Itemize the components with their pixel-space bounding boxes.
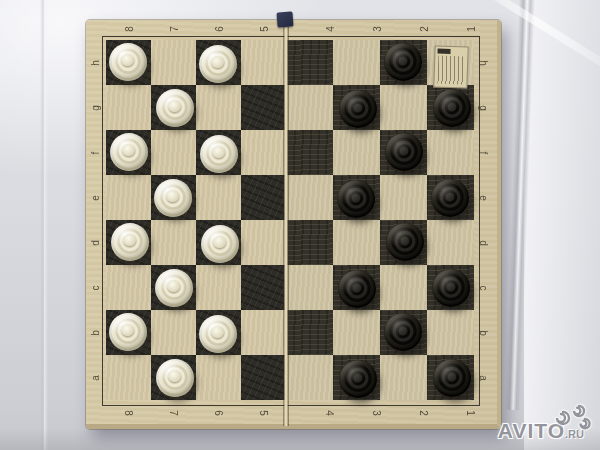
square-d5 bbox=[241, 220, 286, 265]
square-h5 bbox=[241, 40, 286, 85]
square-g6 bbox=[196, 85, 241, 130]
square-h7 bbox=[151, 40, 196, 85]
checkers-board: 8765432187654321hgfedcbahgfedcba bbox=[86, 20, 501, 429]
piece-black-c3[interactable] bbox=[338, 270, 376, 308]
square-h2[interactable] bbox=[380, 40, 427, 85]
rank-label-top-8: 8 bbox=[122, 22, 136, 36]
square-g1[interactable] bbox=[427, 85, 474, 130]
square-e7[interactable] bbox=[151, 175, 196, 220]
rank-label-bottom-2: 2 bbox=[417, 406, 431, 420]
square-b1 bbox=[427, 310, 474, 355]
square-e5[interactable] bbox=[241, 175, 286, 220]
file-label-left-h: h bbox=[88, 56, 102, 70]
square-c1[interactable] bbox=[427, 265, 474, 310]
square-d2[interactable] bbox=[380, 220, 427, 265]
square-b4[interactable] bbox=[286, 310, 333, 355]
square-h6[interactable] bbox=[196, 40, 241, 85]
square-c6 bbox=[196, 265, 241, 310]
piece-black-a1[interactable] bbox=[433, 359, 471, 397]
hinge-tape bbox=[276, 11, 293, 27]
square-c5[interactable] bbox=[241, 265, 286, 310]
file-label-left-b: b bbox=[88, 326, 102, 340]
square-d8[interactable] bbox=[106, 220, 151, 265]
rank-label-top-6: 6 bbox=[212, 22, 226, 36]
square-a7[interactable] bbox=[151, 355, 196, 400]
square-c7[interactable] bbox=[151, 265, 196, 310]
square-a5[interactable] bbox=[241, 355, 286, 400]
square-f1 bbox=[427, 130, 474, 175]
file-label-right-b: b bbox=[477, 326, 491, 340]
file-label-left-a: a bbox=[88, 371, 102, 385]
piece-black-a3[interactable] bbox=[339, 360, 377, 398]
square-f4[interactable] bbox=[286, 130, 333, 175]
square-a1[interactable] bbox=[427, 355, 474, 400]
cloth-bright-right bbox=[524, 0, 600, 450]
piece-black-g1[interactable] bbox=[433, 89, 471, 127]
square-f3 bbox=[333, 130, 380, 175]
square-d1 bbox=[427, 220, 474, 265]
rank-label-bottom-6: 6 bbox=[212, 406, 226, 420]
file-label-right-f: f bbox=[477, 146, 491, 160]
file-label-right-e: e bbox=[477, 191, 491, 205]
piece-black-e3[interactable] bbox=[337, 180, 375, 218]
rank-label-top-5: 5 bbox=[257, 22, 271, 36]
square-d7 bbox=[151, 220, 196, 265]
square-h8[interactable] bbox=[106, 40, 151, 85]
square-h3 bbox=[333, 40, 380, 85]
square-g4 bbox=[286, 85, 333, 130]
file-label-left-f: f bbox=[88, 146, 102, 160]
file-label-left-e: e bbox=[88, 191, 102, 205]
square-b5 bbox=[241, 310, 286, 355]
square-g3[interactable] bbox=[333, 85, 380, 130]
square-a4 bbox=[286, 355, 333, 400]
piece-black-c1[interactable] bbox=[432, 269, 470, 307]
file-label-left-d: d bbox=[88, 236, 102, 250]
piece-white-g7[interactable] bbox=[156, 89, 194, 127]
file-label-right-a: a bbox=[477, 371, 491, 385]
square-c4 bbox=[286, 265, 333, 310]
piece-black-b2[interactable] bbox=[384, 313, 422, 351]
square-h4[interactable] bbox=[286, 40, 333, 85]
file-label-right-c: c bbox=[477, 281, 491, 295]
square-d6[interactable] bbox=[196, 220, 241, 265]
rank-label-top-7: 7 bbox=[167, 22, 181, 36]
file-label-left-c: c bbox=[88, 281, 102, 295]
square-b7 bbox=[151, 310, 196, 355]
piece-white-b8[interactable] bbox=[109, 313, 147, 351]
square-e1[interactable] bbox=[427, 175, 474, 220]
piece-black-d2[interactable] bbox=[386, 223, 424, 261]
piece-white-d8[interactable] bbox=[111, 223, 149, 261]
square-a3[interactable] bbox=[333, 355, 380, 400]
square-d4[interactable] bbox=[286, 220, 333, 265]
piece-white-f8[interactable] bbox=[110, 133, 148, 171]
stamp-bar bbox=[437, 49, 450, 54]
piece-white-f6[interactable] bbox=[200, 135, 238, 173]
square-g2 bbox=[380, 85, 427, 130]
cloth-crease-left bbox=[40, 0, 48, 450]
avito-swirls-icon bbox=[550, 402, 592, 432]
square-f2[interactable] bbox=[380, 130, 427, 175]
file-label-right-h: h bbox=[477, 56, 491, 70]
rank-label-bottom-8: 8 bbox=[122, 406, 136, 420]
square-b2[interactable] bbox=[380, 310, 427, 355]
rank-label-top-4: 4 bbox=[323, 22, 337, 36]
piece-white-b6[interactable] bbox=[199, 315, 237, 353]
square-e4 bbox=[286, 175, 333, 220]
piece-black-h2[interactable] bbox=[384, 43, 422, 81]
playing-area bbox=[106, 40, 474, 400]
piece-white-h6[interactable] bbox=[199, 45, 237, 83]
square-a6 bbox=[196, 355, 241, 400]
square-a8 bbox=[106, 355, 151, 400]
watermark: AVITO.RU bbox=[498, 419, 584, 443]
square-b8[interactable] bbox=[106, 310, 151, 355]
piece-white-a7[interactable] bbox=[156, 359, 194, 397]
rank-label-bottom-7: 7 bbox=[167, 406, 181, 420]
piece-black-e1[interactable] bbox=[431, 179, 469, 217]
square-b3 bbox=[333, 310, 380, 355]
rank-label-bottom-1: 1 bbox=[464, 406, 478, 420]
square-e8 bbox=[106, 175, 151, 220]
square-e2 bbox=[380, 175, 427, 220]
square-g8 bbox=[106, 85, 151, 130]
square-f8[interactable] bbox=[106, 130, 151, 175]
stamp-text-lines bbox=[437, 56, 464, 85]
rank-label-top-3: 3 bbox=[370, 22, 384, 36]
piece-black-g3[interactable] bbox=[339, 90, 377, 128]
square-e3[interactable] bbox=[333, 175, 380, 220]
square-g5[interactable] bbox=[241, 85, 286, 130]
piece-black-f2[interactable] bbox=[385, 133, 423, 171]
file-label-left-g: g bbox=[88, 101, 102, 115]
rank-label-bottom-4: 4 bbox=[323, 406, 337, 420]
square-a2 bbox=[380, 355, 427, 400]
rank-label-top-1: 1 bbox=[464, 22, 478, 36]
photo: 8765432187654321hgfedcbahgfedcba AVITO.R… bbox=[0, 0, 600, 450]
piece-white-e7[interactable] bbox=[154, 179, 192, 217]
rank-label-top-2: 2 bbox=[417, 22, 431, 36]
square-g7[interactable] bbox=[151, 85, 196, 130]
square-f6[interactable] bbox=[196, 130, 241, 175]
square-f5 bbox=[241, 130, 286, 175]
manufacturer-stamp bbox=[433, 45, 468, 88]
piece-white-c7[interactable] bbox=[155, 269, 193, 307]
square-c8 bbox=[106, 265, 151, 310]
square-f7 bbox=[151, 130, 196, 175]
rank-label-bottom-3: 3 bbox=[370, 406, 384, 420]
square-e6 bbox=[196, 175, 241, 220]
square-b6[interactable] bbox=[196, 310, 241, 355]
piece-white-h8[interactable] bbox=[109, 43, 147, 81]
square-d3 bbox=[333, 220, 380, 265]
file-label-right-g: g bbox=[477, 101, 491, 115]
square-c2 bbox=[380, 265, 427, 310]
file-label-right-d: d bbox=[477, 236, 491, 250]
piece-white-d6[interactable] bbox=[201, 225, 239, 263]
rank-label-bottom-5: 5 bbox=[257, 406, 271, 420]
square-c3[interactable] bbox=[333, 265, 380, 310]
